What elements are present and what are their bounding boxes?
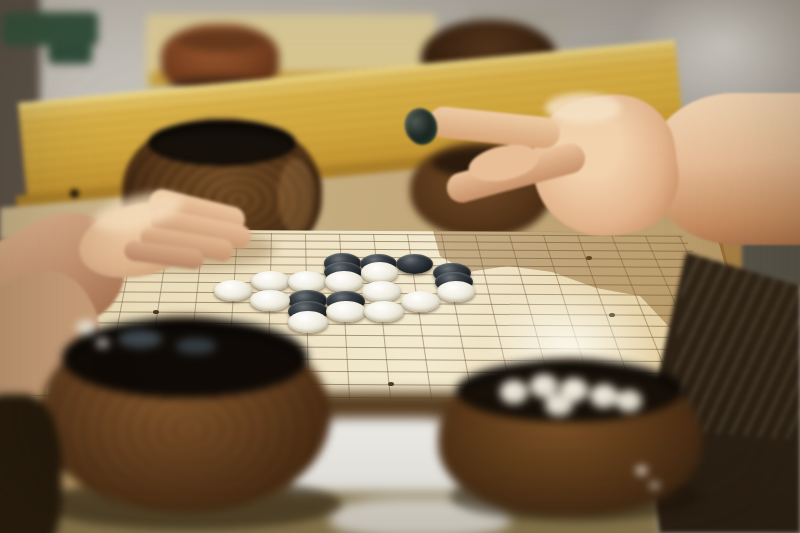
right-bowl-glint-1 (636, 466, 647, 475)
white-stones-in-bowl-1 (500, 380, 528, 404)
go-game-photo (0, 0, 800, 533)
white-stones-in-bowl-6 (545, 394, 573, 416)
white-stones-in-bowl-4 (590, 384, 618, 408)
black-stones-in-bowl-2 (176, 338, 216, 354)
bowl-glint-2 (96, 338, 109, 348)
bowl-glint-1 (76, 320, 96, 335)
black-stone-bowl-interior (62, 318, 308, 398)
white-stones-in-bowl-5 (616, 390, 642, 412)
black-stones-in-bowl (118, 330, 162, 348)
right-bowl-glint-2 (650, 482, 659, 489)
foreground-layer (0, 0, 800, 533)
